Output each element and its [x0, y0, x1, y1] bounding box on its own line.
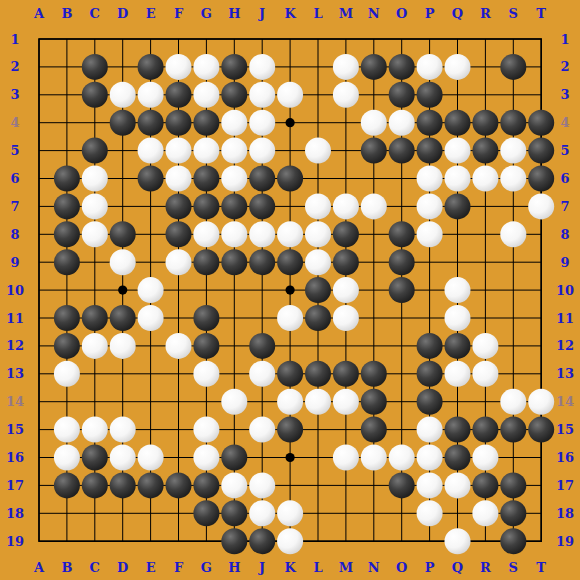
stone-black-O5[interactable] [389, 138, 415, 164]
col-label-top-A: A [33, 6, 45, 21]
stone-black-G7[interactable] [193, 193, 219, 219]
stone-black-R17[interactable] [472, 472, 498, 498]
row-label-right-15: 15 [556, 422, 574, 437]
row-label-left-14: 14 [6, 394, 24, 409]
stone-black-Q15[interactable] [445, 417, 471, 443]
col-label-top-G: G [201, 6, 212, 21]
stone-white-K11[interactable] [277, 305, 303, 331]
stone-black-F3[interactable] [166, 82, 192, 108]
stone-black-S18[interactable] [500, 500, 526, 526]
col-label-top-S: S [509, 6, 518, 21]
stone-white-G3[interactable] [193, 82, 219, 108]
col-label-bottom-Q: Q [452, 560, 463, 575]
stone-black-B17[interactable] [54, 472, 80, 498]
stone-black-F8[interactable] [166, 221, 192, 247]
stone-white-R13[interactable] [472, 361, 498, 387]
stone-white-P8[interactable] [417, 221, 443, 247]
row-label-right-14: 14 [556, 394, 574, 409]
col-label-bottom-H: H [228, 560, 240, 575]
stone-white-P2[interactable] [417, 54, 443, 80]
stone-black-D17[interactable] [110, 472, 136, 498]
stone-white-J8[interactable] [249, 221, 275, 247]
col-label-top-C: C [90, 6, 100, 21]
stone-black-S2[interactable] [500, 54, 526, 80]
row-label-left-19: 19 [6, 534, 24, 549]
col-label-bottom-G: G [201, 560, 212, 575]
stone-black-T4[interactable] [528, 110, 554, 136]
stone-black-G9[interactable] [193, 249, 219, 275]
stone-black-Q12[interactable] [445, 333, 471, 359]
col-label-bottom-M: M [339, 560, 353, 575]
stone-black-F7[interactable] [166, 193, 192, 219]
stone-white-T7[interactable] [528, 193, 554, 219]
row-label-right-3: 3 [560, 87, 569, 102]
stone-white-R16[interactable] [472, 445, 498, 471]
star-point-K4 [286, 118, 295, 127]
stone-white-L9[interactable] [305, 249, 331, 275]
stone-white-K14[interactable] [277, 389, 303, 415]
stone-black-C16[interactable] [82, 445, 108, 471]
stone-black-B7[interactable] [54, 193, 80, 219]
stone-black-O17[interactable] [389, 472, 415, 498]
row-label-left-15: 15 [6, 422, 24, 437]
stone-black-B8[interactable] [54, 221, 80, 247]
stone-white-M11[interactable] [333, 305, 359, 331]
stone-black-T15[interactable] [528, 417, 554, 443]
stone-white-P15[interactable] [417, 417, 443, 443]
stone-white-E11[interactable] [138, 305, 164, 331]
col-label-top-R: R [480, 6, 491, 21]
stone-white-C15[interactable] [82, 417, 108, 443]
stone-white-J2[interactable] [249, 54, 275, 80]
col-label-top-E: E [146, 6, 156, 21]
stone-white-E5[interactable] [138, 138, 164, 164]
stone-white-J4[interactable] [249, 110, 275, 136]
row-label-left-17: 17 [6, 478, 24, 493]
row-label-right-4: 4 [560, 115, 569, 130]
stone-white-D9[interactable] [110, 249, 136, 275]
stone-white-J18[interactable] [249, 500, 275, 526]
stone-black-E2[interactable] [138, 54, 164, 80]
stone-black-O9[interactable] [389, 249, 415, 275]
stone-black-G6[interactable] [193, 166, 219, 192]
stone-black-C3[interactable] [82, 82, 108, 108]
stone-white-F2[interactable] [166, 54, 192, 80]
stone-white-K19[interactable] [277, 528, 303, 554]
stone-white-K8[interactable] [277, 221, 303, 247]
row-label-left-9: 9 [10, 255, 19, 270]
stone-white-Q10[interactable] [445, 277, 471, 303]
stone-white-G13[interactable] [193, 361, 219, 387]
col-label-bottom-A: A [33, 560, 45, 575]
col-label-bottom-S: S [509, 560, 518, 575]
row-label-right-13: 13 [556, 366, 574, 381]
stone-black-K6[interactable] [277, 166, 303, 192]
stone-white-P7[interactable] [417, 193, 443, 219]
col-label-bottom-C: C [90, 560, 100, 575]
stone-black-J6[interactable] [249, 166, 275, 192]
col-label-bottom-D: D [117, 560, 128, 575]
stone-white-B16[interactable] [54, 445, 80, 471]
col-label-bottom-T: T [536, 560, 546, 575]
col-label-bottom-E: E [146, 560, 156, 575]
stone-black-N5[interactable] [361, 138, 387, 164]
stone-black-Q4[interactable] [445, 110, 471, 136]
go-board-app: AA11BB22CC33DD44EE55FF66GG77HH88JJ99KK10… [0, 0, 580, 580]
row-label-right-16: 16 [556, 450, 574, 465]
stone-white-H8[interactable] [221, 221, 247, 247]
stone-black-J7[interactable] [249, 193, 275, 219]
stone-white-R12[interactable] [472, 333, 498, 359]
col-label-bottom-K: K [284, 560, 296, 575]
stone-black-E6[interactable] [138, 166, 164, 192]
stone-black-G11[interactable] [193, 305, 219, 331]
col-label-bottom-P: P [425, 560, 435, 575]
stone-black-P5[interactable] [417, 138, 443, 164]
stone-white-Q2[interactable] [445, 54, 471, 80]
stone-black-E4[interactable] [138, 110, 164, 136]
row-label-right-7: 7 [560, 199, 569, 214]
stone-white-D16[interactable] [110, 445, 136, 471]
stone-black-P4[interactable] [417, 110, 443, 136]
stone-white-Q11[interactable] [445, 305, 471, 331]
stone-white-P6[interactable] [417, 166, 443, 192]
stone-black-N2[interactable] [361, 54, 387, 80]
stone-black-H2[interactable] [221, 54, 247, 80]
row-label-left-4: 4 [10, 115, 19, 130]
stone-white-G15[interactable] [193, 417, 219, 443]
stone-white-M14[interactable] [333, 389, 359, 415]
stone-black-F17[interactable] [166, 472, 192, 498]
col-label-top-P: P [425, 6, 435, 21]
stone-black-B9[interactable] [54, 249, 80, 275]
stone-black-D4[interactable] [110, 110, 136, 136]
stone-white-L14[interactable] [305, 389, 331, 415]
stone-white-C6[interactable] [82, 166, 108, 192]
row-label-right-2: 2 [560, 59, 569, 74]
row-label-right-17: 17 [556, 478, 574, 493]
stone-black-M8[interactable] [333, 221, 359, 247]
stone-black-J12[interactable] [249, 333, 275, 359]
col-label-bottom-J: J [258, 560, 265, 575]
col-label-bottom-B: B [61, 560, 72, 575]
stone-black-G17[interactable] [193, 472, 219, 498]
stone-black-T5[interactable] [528, 138, 554, 164]
stone-black-B6[interactable] [54, 166, 80, 192]
stone-black-G18[interactable] [193, 500, 219, 526]
col-label-top-F: F [174, 6, 184, 21]
stone-white-P18[interactable] [417, 500, 443, 526]
stone-white-C8[interactable] [82, 221, 108, 247]
stone-black-H3[interactable] [221, 82, 247, 108]
stone-white-Q13[interactable] [445, 361, 471, 387]
stone-white-N7[interactable] [361, 193, 387, 219]
stone-black-R5[interactable] [472, 138, 498, 164]
stone-black-P3[interactable] [417, 82, 443, 108]
stone-white-H6[interactable] [221, 166, 247, 192]
stone-black-L10[interactable] [305, 277, 331, 303]
stone-black-O8[interactable] [389, 221, 415, 247]
stone-white-S5[interactable] [500, 138, 526, 164]
row-label-left-6: 6 [10, 171, 19, 186]
stone-black-Q7[interactable] [445, 193, 471, 219]
stone-white-G16[interactable] [193, 445, 219, 471]
stone-black-P12[interactable] [417, 333, 443, 359]
stone-white-B15[interactable] [54, 417, 80, 443]
stone-white-O16[interactable] [389, 445, 415, 471]
stone-white-Q17[interactable] [445, 472, 471, 498]
row-label-right-9: 9 [560, 255, 569, 270]
row-label-left-11: 11 [6, 311, 24, 326]
stone-black-C2[interactable] [82, 54, 108, 80]
stone-black-N14[interactable] [361, 389, 387, 415]
stone-black-O2[interactable] [389, 54, 415, 80]
stone-white-S6[interactable] [500, 166, 526, 192]
stone-white-F9[interactable] [166, 249, 192, 275]
stone-black-L13[interactable] [305, 361, 331, 387]
stone-black-E17[interactable] [138, 472, 164, 498]
stone-white-L5[interactable] [305, 138, 331, 164]
star-point-D10 [118, 286, 127, 295]
stone-white-B13[interactable] [54, 361, 80, 387]
stone-white-D15[interactable] [110, 417, 136, 443]
stone-white-H14[interactable] [221, 389, 247, 415]
stone-white-J3[interactable] [249, 82, 275, 108]
stone-white-H17[interactable] [221, 472, 247, 498]
stone-black-P13[interactable] [417, 361, 443, 387]
stone-white-J15[interactable] [249, 417, 275, 443]
stone-black-M13[interactable] [333, 361, 359, 387]
stone-white-N4[interactable] [361, 110, 387, 136]
stone-black-G4[interactable] [193, 110, 219, 136]
stone-black-K13[interactable] [277, 361, 303, 387]
stone-white-G8[interactable] [193, 221, 219, 247]
stone-white-F6[interactable] [166, 166, 192, 192]
stone-white-S8[interactable] [500, 221, 526, 247]
stone-black-S4[interactable] [500, 110, 526, 136]
stone-white-D3[interactable] [110, 82, 136, 108]
stone-white-T14[interactable] [528, 389, 554, 415]
row-label-left-12: 12 [6, 338, 24, 353]
col-label-top-N: N [368, 6, 380, 21]
stone-white-Q19[interactable] [445, 528, 471, 554]
stone-white-G5[interactable] [193, 138, 219, 164]
row-label-right-5: 5 [560, 143, 569, 158]
stone-black-B12[interactable] [54, 333, 80, 359]
stone-black-H16[interactable] [221, 445, 247, 471]
col-label-bottom-O: O [396, 560, 407, 575]
stone-white-J17[interactable] [249, 472, 275, 498]
row-label-right-11: 11 [556, 311, 574, 326]
col-label-bottom-R: R [480, 560, 491, 575]
col-label-top-H: H [228, 6, 240, 21]
stone-white-D12[interactable] [110, 333, 136, 359]
row-label-right-1: 1 [560, 32, 569, 47]
stone-black-K9[interactable] [277, 249, 303, 275]
stone-white-L8[interactable] [305, 221, 331, 247]
row-label-left-3: 3 [10, 87, 19, 102]
stone-white-Q6[interactable] [445, 166, 471, 192]
row-label-left-8: 8 [10, 227, 19, 242]
stone-black-N15[interactable] [361, 417, 387, 443]
stone-white-M7[interactable] [333, 193, 359, 219]
row-label-right-6: 6 [560, 171, 569, 186]
col-label-top-T: T [536, 6, 546, 21]
row-label-right-12: 12 [556, 338, 574, 353]
stone-black-S19[interactable] [500, 528, 526, 554]
col-label-top-O: O [396, 6, 407, 21]
stone-white-M2[interactable] [333, 54, 359, 80]
row-label-left-13: 13 [6, 366, 24, 381]
stone-white-O4[interactable] [389, 110, 415, 136]
stone-white-K18[interactable] [277, 500, 303, 526]
stone-white-F5[interactable] [166, 138, 192, 164]
star-point-K16 [286, 453, 295, 462]
col-label-bottom-N: N [368, 560, 380, 575]
col-label-top-J: J [258, 6, 265, 21]
col-label-top-L: L [313, 6, 322, 21]
col-label-top-Q: Q [452, 6, 463, 21]
stone-white-F12[interactable] [166, 333, 192, 359]
stone-black-R15[interactable] [472, 417, 498, 443]
stone-white-K3[interactable] [277, 82, 303, 108]
stone-black-Q16[interactable] [445, 445, 471, 471]
stone-black-J9[interactable] [249, 249, 275, 275]
stone-black-D11[interactable] [110, 305, 136, 331]
col-label-top-M: M [339, 6, 353, 21]
col-label-bottom-F: F [174, 560, 184, 575]
stone-white-N16[interactable] [361, 445, 387, 471]
stone-black-H18[interactable] [221, 500, 247, 526]
stone-black-C17[interactable] [82, 472, 108, 498]
stone-black-O10[interactable] [389, 277, 415, 303]
stone-white-E3[interactable] [138, 82, 164, 108]
stone-white-S14[interactable] [500, 389, 526, 415]
stone-black-O3[interactable] [389, 82, 415, 108]
stone-black-G12[interactable] [193, 333, 219, 359]
stone-white-C7[interactable] [82, 193, 108, 219]
stone-white-R18[interactable] [472, 500, 498, 526]
stone-black-H7[interactable] [221, 193, 247, 219]
stone-black-J19[interactable] [249, 528, 275, 554]
row-label-left-16: 16 [6, 450, 24, 465]
stone-white-R6[interactable] [472, 166, 498, 192]
stone-black-S17[interactable] [500, 472, 526, 498]
row-label-right-19: 19 [556, 534, 574, 549]
stone-white-L7[interactable] [305, 193, 331, 219]
stone-black-B11[interactable] [54, 305, 80, 331]
col-label-top-K: K [284, 6, 296, 21]
row-label-left-10: 10 [6, 283, 24, 298]
stone-black-N13[interactable] [361, 361, 387, 387]
stone-white-C12[interactable] [82, 333, 108, 359]
row-label-left-5: 5 [10, 143, 19, 158]
stone-white-H5[interactable] [221, 138, 247, 164]
stone-black-S15[interactable] [500, 417, 526, 443]
stone-white-M16[interactable] [333, 445, 359, 471]
stone-black-H19[interactable] [221, 528, 247, 554]
stone-white-M3[interactable] [333, 82, 359, 108]
stone-black-R4[interactable] [472, 110, 498, 136]
stone-white-P16[interactable] [417, 445, 443, 471]
stone-white-E10[interactable] [138, 277, 164, 303]
col-label-top-B: B [61, 6, 72, 21]
stone-white-G2[interactable] [193, 54, 219, 80]
stone-white-Q5[interactable] [445, 138, 471, 164]
stone-white-H4[interactable] [221, 110, 247, 136]
col-label-top-D: D [117, 6, 128, 21]
go-board[interactable]: AA11BB22CC33DD44EE55FF66GG77HH88JJ99KK10… [0, 0, 580, 580]
stone-white-J5[interactable] [249, 138, 275, 164]
row-label-right-8: 8 [560, 227, 569, 242]
stone-black-C11[interactable] [82, 305, 108, 331]
row-label-left-18: 18 [6, 506, 24, 521]
star-point-K10 [286, 286, 295, 295]
col-label-bottom-L: L [313, 560, 322, 575]
row-label-left-7: 7 [10, 199, 19, 214]
stone-black-T6[interactable] [528, 166, 554, 192]
stone-black-L11[interactable] [305, 305, 331, 331]
stone-white-J13[interactable] [249, 361, 275, 387]
stone-black-K15[interactable] [277, 417, 303, 443]
stone-black-F4[interactable] [166, 110, 192, 136]
stone-white-E16[interactable] [138, 445, 164, 471]
stone-black-C5[interactable] [82, 138, 108, 164]
stone-black-H9[interactable] [221, 249, 247, 275]
stone-white-M10[interactable] [333, 277, 359, 303]
stone-white-P17[interactable] [417, 472, 443, 498]
row-label-left-1: 1 [10, 32, 19, 47]
stone-black-P14[interactable] [417, 389, 443, 415]
row-label-right-10: 10 [556, 283, 574, 298]
stone-black-M9[interactable] [333, 249, 359, 275]
row-label-left-2: 2 [10, 59, 19, 74]
stone-black-D8[interactable] [110, 221, 136, 247]
row-label-right-18: 18 [556, 506, 574, 521]
